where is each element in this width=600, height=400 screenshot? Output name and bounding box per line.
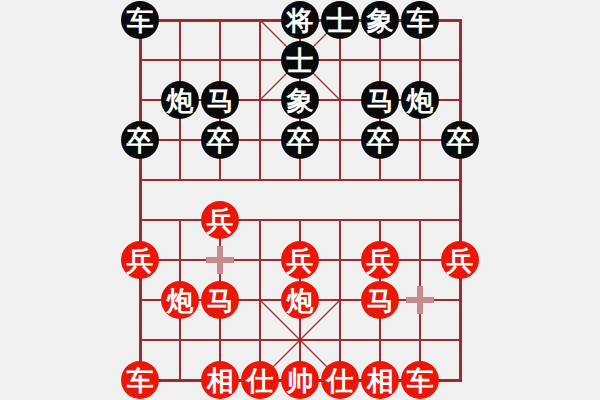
piece-red-soldier[interactable]: 兵 [121, 241, 159, 279]
xiangqi-board[interactable]: 车将士象车士炮马象马炮卒卒卒卒卒兵兵兵兵兵炮马炮马车相仕帅仕相车 [0, 0, 600, 400]
marker-corner-bl [406, 300, 420, 314]
piece-black-chariot[interactable]: 车 [121, 1, 159, 39]
piece-layer: 车将士象车士炮马象马炮卒卒卒卒卒兵兵兵兵兵炮马炮马车相仕帅仕相车 [0, 0, 600, 400]
piece-black-horse[interactable]: 马 [201, 81, 239, 119]
piece-red-soldier[interactable]: 兵 [281, 241, 319, 279]
marker-corner-tr [420, 286, 434, 300]
piece-red-chariot[interactable]: 车 [401, 361, 439, 399]
piece-black-soldier[interactable]: 卒 [441, 121, 479, 159]
piece-red-soldier[interactable]: 兵 [441, 241, 479, 279]
last-move-marker [206, 246, 234, 274]
piece-red-elephant[interactable]: 相 [201, 361, 239, 399]
app: 车将士象车士炮马象马炮卒卒卒卒卒兵兵兵兵兵炮马炮马车相仕帅仕相车 [0, 0, 600, 400]
piece-black-soldier[interactable]: 卒 [201, 121, 239, 159]
piece-red-advisor[interactable]: 仕 [321, 361, 359, 399]
piece-red-cannon[interactable]: 炮 [161, 281, 199, 319]
marker-corner-br [420, 300, 434, 314]
piece-red-cannon[interactable]: 炮 [281, 281, 319, 319]
piece-black-cannon[interactable]: 炮 [401, 81, 439, 119]
piece-black-advisor[interactable]: 士 [281, 41, 319, 79]
piece-black-advisor[interactable]: 士 [321, 1, 359, 39]
piece-red-chariot[interactable]: 车 [121, 361, 159, 399]
piece-red-horse[interactable]: 马 [201, 281, 239, 319]
piece-black-chariot[interactable]: 车 [401, 1, 439, 39]
piece-red-horse[interactable]: 马 [361, 281, 399, 319]
last-move-marker [406, 286, 434, 314]
marker-corner-br [220, 260, 234, 274]
piece-black-soldier[interactable]: 卒 [121, 121, 159, 159]
marker-corner-tl [206, 246, 220, 260]
piece-red-advisor[interactable]: 仕 [241, 361, 279, 399]
piece-black-elephant[interactable]: 象 [361, 1, 399, 39]
marker-corner-bl [206, 260, 220, 274]
piece-red-soldier[interactable]: 兵 [361, 241, 399, 279]
piece-red-general[interactable]: 帅 [281, 361, 319, 399]
piece-red-soldier[interactable]: 兵 [201, 201, 239, 239]
piece-black-soldier[interactable]: 卒 [281, 121, 319, 159]
piece-black-general[interactable]: 将 [281, 1, 319, 39]
piece-black-soldier[interactable]: 卒 [361, 121, 399, 159]
piece-black-elephant[interactable]: 象 [281, 81, 319, 119]
piece-black-horse[interactable]: 马 [361, 81, 399, 119]
marker-corner-tl [406, 286, 420, 300]
piece-red-elephant[interactable]: 相 [361, 361, 399, 399]
piece-black-cannon[interactable]: 炮 [161, 81, 199, 119]
marker-corner-tr [220, 246, 234, 260]
